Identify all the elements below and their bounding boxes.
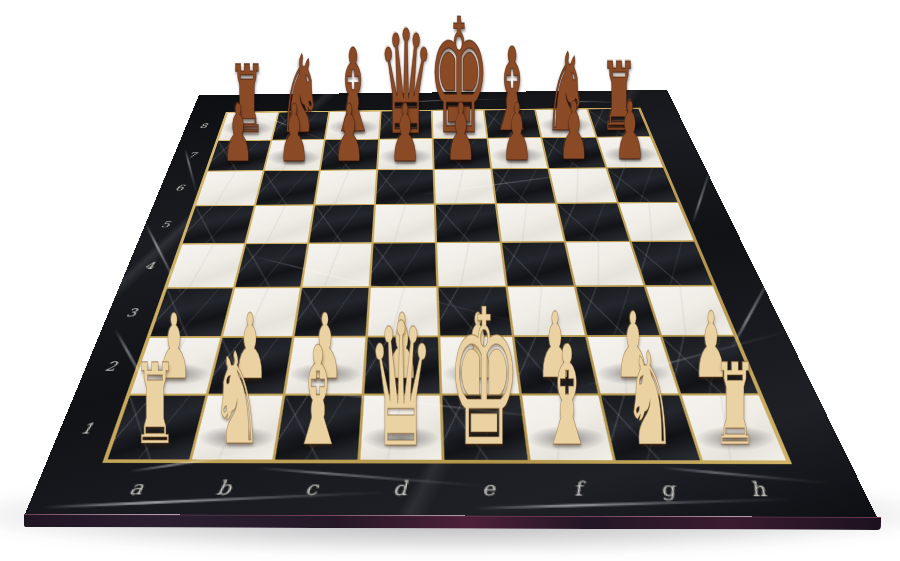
piece-black-pawn-c7[interactable]: ♟ bbox=[334, 94, 365, 174]
piece-white-king-e1[interactable]: ♚ bbox=[447, 286, 521, 475]
pieces-layer: ♜♞♝♚♛♝♞♜♟♟♟♟♟♟♟♟♟♟♟♟♟♟♟♟♜♞♝♛♚♝♞♜ bbox=[0, 0, 900, 561]
piece-black-pawn-a7[interactable]: ♟ bbox=[223, 95, 254, 175]
scene: abcdefgh12345678 ♜♞♝♚♛♝♞♜♟♟♟♟♟♟♟♟♟♟♟♟♟♟♟… bbox=[0, 0, 900, 561]
piece-black-pawn-b7[interactable]: ♟ bbox=[278, 94, 309, 174]
piece-white-knight-b1[interactable]: ♞ bbox=[212, 336, 262, 463]
piece-black-pawn-h7[interactable]: ♟ bbox=[615, 91, 646, 172]
piece-black-pawn-f7[interactable]: ♟ bbox=[502, 92, 533, 172]
piece-black-pawn-e7[interactable]: ♟ bbox=[446, 92, 477, 172]
piece-white-rook-a1[interactable]: ♜ bbox=[133, 349, 176, 460]
piece-white-bishop-f1[interactable]: ♝ bbox=[540, 328, 594, 466]
piece-white-bishop-c1[interactable]: ♝ bbox=[292, 328, 345, 465]
piece-black-pawn-d7[interactable]: ♟ bbox=[390, 93, 421, 173]
piece-white-rook-h1[interactable]: ♜ bbox=[713, 348, 757, 461]
piece-white-queen-d1[interactable]: ♛ bbox=[367, 300, 434, 471]
piece-white-knight-g1[interactable]: ♞ bbox=[625, 335, 675, 464]
piece-black-pawn-g7[interactable]: ♟ bbox=[558, 91, 589, 171]
